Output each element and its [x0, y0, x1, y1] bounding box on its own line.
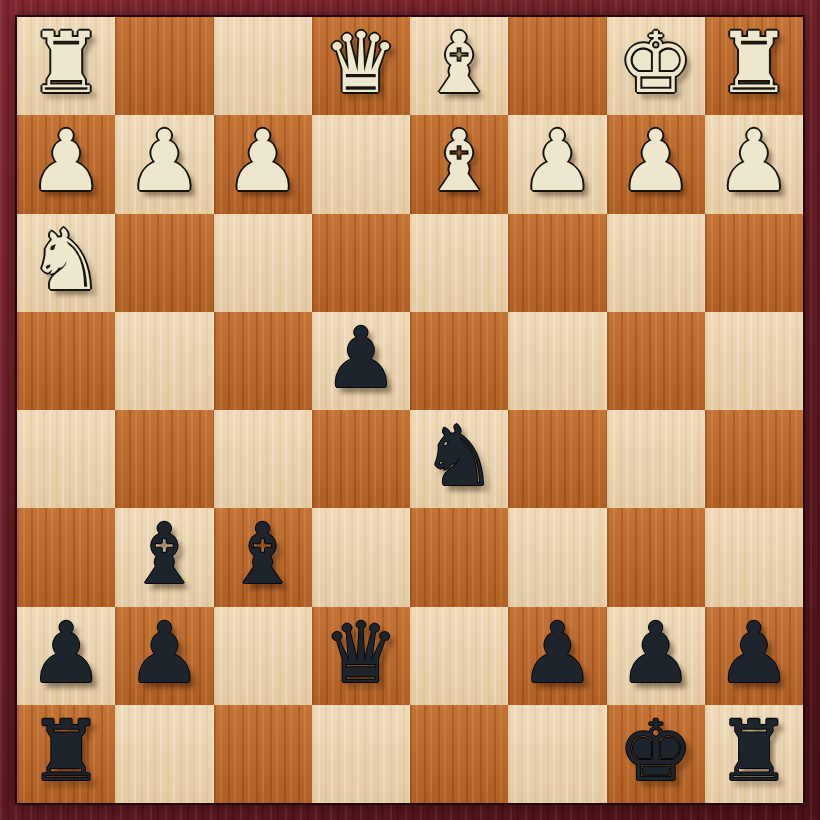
white-pawn[interactable]: ♟ — [618, 119, 693, 203]
white-bishop[interactable]: ♝ — [421, 119, 496, 203]
square-d8[interactable] — [410, 705, 508, 803]
white-pawn[interactable]: ♟ — [28, 119, 103, 203]
white-knight[interactable]: ♞ — [28, 218, 103, 302]
square-c3[interactable] — [508, 214, 606, 312]
white-bishop[interactable]: ♝ — [421, 21, 496, 105]
white-pawn[interactable]: ♟ — [716, 119, 791, 203]
square-f8[interactable] — [214, 705, 312, 803]
square-c7[interactable]: ♟ — [508, 607, 606, 705]
square-e8[interactable] — [312, 705, 410, 803]
square-b1[interactable]: ♚ — [607, 17, 705, 115]
white-queen[interactable]: ♛ — [323, 21, 398, 105]
black-bishop[interactable]: ♝ — [127, 512, 202, 596]
square-b7[interactable]: ♟ — [607, 607, 705, 705]
square-e2[interactable] — [312, 115, 410, 213]
square-b2[interactable]: ♟ — [607, 115, 705, 213]
square-d1[interactable]: ♝ — [410, 17, 508, 115]
square-a5[interactable] — [705, 410, 803, 508]
square-g1[interactable] — [115, 17, 213, 115]
square-g8[interactable] — [115, 705, 213, 803]
square-d2[interactable]: ♝ — [410, 115, 508, 213]
square-d3[interactable] — [410, 214, 508, 312]
white-rook[interactable]: ♜ — [28, 21, 103, 105]
square-g5[interactable] — [115, 410, 213, 508]
square-e6[interactable] — [312, 508, 410, 606]
square-h2[interactable]: ♟ — [17, 115, 115, 213]
square-a2[interactable]: ♟ — [705, 115, 803, 213]
square-b8[interactable]: ♚ — [607, 705, 705, 803]
board-frame: ♜♛♝♚♜♟♟♟♝♟♟♟♞♟♞♝♝♟♟♛♟♟♟♜♚♜ — [0, 0, 820, 820]
black-rook[interactable]: ♜ — [716, 709, 791, 793]
white-rook[interactable]: ♜ — [716, 21, 791, 105]
square-a3[interactable] — [705, 214, 803, 312]
black-knight[interactable]: ♞ — [421, 414, 496, 498]
square-g2[interactable]: ♟ — [115, 115, 213, 213]
white-pawn[interactable]: ♟ — [225, 119, 300, 203]
square-d5[interactable]: ♞ — [410, 410, 508, 508]
square-c6[interactable] — [508, 508, 606, 606]
black-queen[interactable]: ♛ — [323, 611, 398, 695]
square-h8[interactable]: ♜ — [17, 705, 115, 803]
square-e3[interactable] — [312, 214, 410, 312]
square-h4[interactable] — [17, 312, 115, 410]
square-a4[interactable] — [705, 312, 803, 410]
square-e4[interactable]: ♟ — [312, 312, 410, 410]
square-c1[interactable] — [508, 17, 606, 115]
white-pawn[interactable]: ♟ — [127, 119, 202, 203]
black-pawn[interactable]: ♟ — [28, 611, 103, 695]
square-e1[interactable]: ♛ — [312, 17, 410, 115]
black-pawn[interactable]: ♟ — [618, 611, 693, 695]
square-d6[interactable] — [410, 508, 508, 606]
square-g7[interactable]: ♟ — [115, 607, 213, 705]
square-a8[interactable]: ♜ — [705, 705, 803, 803]
square-f7[interactable] — [214, 607, 312, 705]
square-b5[interactable] — [607, 410, 705, 508]
square-a6[interactable] — [705, 508, 803, 606]
black-king[interactable]: ♚ — [618, 709, 693, 793]
square-a1[interactable]: ♜ — [705, 17, 803, 115]
square-h7[interactable]: ♟ — [17, 607, 115, 705]
chess-board: ♜♛♝♚♜♟♟♟♝♟♟♟♞♟♞♝♝♟♟♛♟♟♟♜♚♜ — [17, 17, 803, 803]
black-pawn[interactable]: ♟ — [520, 611, 595, 695]
square-b4[interactable] — [607, 312, 705, 410]
square-e7[interactable]: ♛ — [312, 607, 410, 705]
square-c8[interactable] — [508, 705, 606, 803]
square-g3[interactable] — [115, 214, 213, 312]
square-g6[interactable]: ♝ — [115, 508, 213, 606]
square-f5[interactable] — [214, 410, 312, 508]
square-f2[interactable]: ♟ — [214, 115, 312, 213]
square-c4[interactable] — [508, 312, 606, 410]
square-a7[interactable]: ♟ — [705, 607, 803, 705]
square-g4[interactable] — [115, 312, 213, 410]
black-rook[interactable]: ♜ — [28, 709, 103, 793]
square-h6[interactable] — [17, 508, 115, 606]
square-c5[interactable] — [508, 410, 606, 508]
square-f6[interactable]: ♝ — [214, 508, 312, 606]
black-pawn[interactable]: ♟ — [716, 611, 791, 695]
square-b6[interactable] — [607, 508, 705, 606]
black-bishop[interactable]: ♝ — [225, 512, 300, 596]
black-pawn[interactable]: ♟ — [323, 316, 398, 400]
square-h5[interactable] — [17, 410, 115, 508]
square-f3[interactable] — [214, 214, 312, 312]
square-c2[interactable]: ♟ — [508, 115, 606, 213]
square-f1[interactable] — [214, 17, 312, 115]
white-pawn[interactable]: ♟ — [520, 119, 595, 203]
black-pawn[interactable]: ♟ — [127, 611, 202, 695]
square-e5[interactable] — [312, 410, 410, 508]
square-h1[interactable]: ♜ — [17, 17, 115, 115]
square-h3[interactable]: ♞ — [17, 214, 115, 312]
white-king[interactable]: ♚ — [618, 21, 693, 105]
square-b3[interactable] — [607, 214, 705, 312]
square-d4[interactable] — [410, 312, 508, 410]
square-d7[interactable] — [410, 607, 508, 705]
square-f4[interactable] — [214, 312, 312, 410]
